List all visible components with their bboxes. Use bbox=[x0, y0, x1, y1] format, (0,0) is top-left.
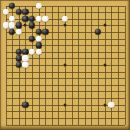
white-stone bbox=[29, 49, 35, 55]
white-stone bbox=[2, 9, 8, 15]
black-stone bbox=[35, 29, 41, 35]
black-stone bbox=[9, 29, 15, 35]
star-point bbox=[103, 64, 106, 67]
white-stone bbox=[9, 15, 15, 21]
grid-vertical-line bbox=[125, 6, 126, 125]
grid-horizontal-line bbox=[6, 72, 125, 73]
star-point bbox=[64, 103, 67, 106]
black-stone bbox=[9, 2, 15, 8]
white-stone bbox=[22, 62, 28, 68]
black-stone bbox=[29, 22, 35, 28]
black-stone bbox=[15, 22, 21, 28]
grid-vertical-line bbox=[72, 6, 73, 125]
white-stone bbox=[35, 2, 41, 8]
white-stone bbox=[15, 29, 21, 35]
star-point bbox=[64, 24, 67, 27]
white-stone bbox=[35, 35, 41, 41]
grid-vertical-line bbox=[78, 6, 79, 125]
black-stone bbox=[29, 35, 35, 41]
go-board[interactable] bbox=[0, 0, 130, 130]
white-stone bbox=[108, 101, 114, 107]
star-point bbox=[24, 24, 27, 27]
white-stone bbox=[35, 15, 41, 21]
black-stone bbox=[15, 62, 21, 68]
star-point bbox=[103, 24, 106, 27]
grid-horizontal-line bbox=[6, 125, 125, 126]
grid-horizontal-line bbox=[6, 78, 125, 79]
white-stone bbox=[9, 22, 15, 28]
star-point bbox=[64, 64, 67, 67]
grid-horizontal-line bbox=[6, 111, 125, 112]
white-stone bbox=[22, 55, 28, 61]
black-stone bbox=[29, 15, 35, 21]
black-stone bbox=[15, 49, 21, 55]
black-stone bbox=[22, 49, 28, 55]
white-stone bbox=[2, 22, 8, 28]
star-point bbox=[103, 103, 106, 106]
black-stone bbox=[35, 42, 41, 48]
white-stone bbox=[62, 15, 68, 21]
grid-horizontal-line bbox=[6, 118, 125, 119]
black-stone bbox=[22, 15, 28, 21]
black-stone bbox=[15, 9, 21, 15]
grid-vertical-line bbox=[91, 6, 92, 125]
grid-vertical-line bbox=[98, 6, 99, 125]
black-stone bbox=[15, 55, 21, 61]
grid-horizontal-line bbox=[6, 85, 125, 86]
white-stone bbox=[35, 49, 41, 55]
grid-vertical-line bbox=[85, 6, 86, 125]
grid-vertical-line bbox=[118, 6, 119, 125]
grid-horizontal-line bbox=[6, 98, 125, 99]
black-stone bbox=[22, 9, 28, 15]
black-stone bbox=[42, 29, 48, 35]
white-stone bbox=[42, 15, 48, 21]
black-stone bbox=[22, 101, 28, 107]
black-stone bbox=[95, 29, 101, 35]
grid-horizontal-line bbox=[6, 91, 125, 92]
